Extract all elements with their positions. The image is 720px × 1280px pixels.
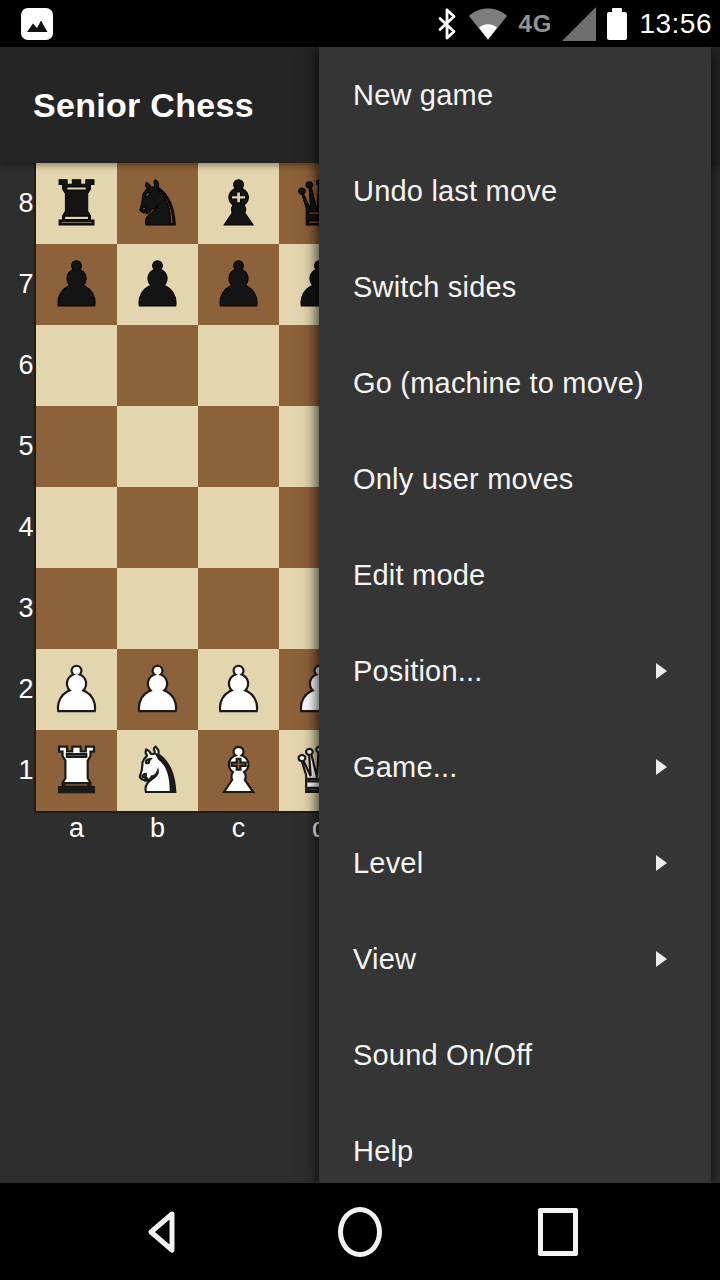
square-a8[interactable]: ♜ bbox=[36, 163, 117, 244]
menu-item-label: View bbox=[353, 943, 416, 976]
menu-item-label: New game bbox=[353, 79, 493, 112]
white-bishop: ♝ bbox=[211, 730, 267, 811]
square-c6[interactable] bbox=[198, 325, 279, 406]
square-b3[interactable] bbox=[117, 568, 198, 649]
menu-item-go-machine-to-move[interactable]: Go (machine to move) bbox=[319, 335, 711, 431]
black-pawn: ♟ bbox=[49, 244, 105, 325]
recents-icon bbox=[538, 1208, 578, 1256]
home-icon bbox=[338, 1207, 382, 1257]
submenu-arrow-icon bbox=[656, 951, 667, 967]
square-a6[interactable] bbox=[36, 325, 117, 406]
white-pawn: ♟ bbox=[49, 649, 105, 730]
signal-strength-icon bbox=[561, 7, 597, 41]
black-pawn: ♟ bbox=[130, 244, 186, 325]
submenu-arrow-icon bbox=[656, 663, 667, 679]
square-b6[interactable] bbox=[117, 325, 198, 406]
black-bishop: ♝ bbox=[211, 163, 267, 244]
submenu-arrow-icon bbox=[656, 759, 667, 775]
square-c8[interactable]: ♝ bbox=[198, 163, 279, 244]
square-b1[interactable]: ♞ bbox=[117, 730, 198, 811]
menu-item-label: Level bbox=[353, 847, 423, 880]
clock: 13:56 bbox=[637, 8, 714, 40]
menu-item-sound-on-off[interactable]: Sound On/Off bbox=[319, 1007, 711, 1103]
menu-item-label: Edit mode bbox=[353, 559, 485, 592]
menu-item-label: Sound On/Off bbox=[353, 1039, 532, 1072]
square-c1[interactable]: ♝ bbox=[198, 730, 279, 811]
white-rook: ♜ bbox=[49, 730, 105, 811]
square-b7[interactable]: ♟ bbox=[117, 244, 198, 325]
menu-item-undo-last-move[interactable]: Undo last move bbox=[319, 143, 711, 239]
square-b8[interactable]: ♞ bbox=[117, 163, 198, 244]
square-c5[interactable] bbox=[198, 406, 279, 487]
options-menu: New game Undo last move Switch sides Go … bbox=[319, 47, 711, 1183]
menu-item-position[interactable]: Position... bbox=[319, 623, 711, 719]
menu-item-game[interactable]: Game... bbox=[319, 719, 711, 815]
square-c2[interactable]: ♟ bbox=[198, 649, 279, 730]
bluetooth-icon bbox=[436, 8, 458, 40]
square-b4[interactable] bbox=[117, 487, 198, 568]
black-pawn: ♟ bbox=[211, 244, 267, 325]
menu-item-only-user-moves[interactable]: Only user moves bbox=[319, 431, 711, 527]
menu-item-label: Switch sides bbox=[353, 271, 517, 304]
page-title: Senior Chess bbox=[0, 86, 254, 125]
menu-item-label: Position... bbox=[353, 655, 483, 688]
recents-button[interactable] bbox=[518, 1183, 598, 1280]
network-type-label: 4G bbox=[518, 10, 552, 38]
white-knight: ♞ bbox=[130, 730, 186, 811]
black-rook: ♜ bbox=[49, 163, 105, 244]
square-a4[interactable] bbox=[36, 487, 117, 568]
menu-item-label: Game... bbox=[353, 751, 458, 784]
square-a1[interactable]: ♜ bbox=[36, 730, 117, 811]
square-a2[interactable]: ♟ bbox=[36, 649, 117, 730]
back-icon bbox=[142, 1210, 182, 1254]
menu-item-new-game[interactable]: New game bbox=[319, 47, 711, 143]
file-label: b bbox=[117, 811, 198, 845]
square-c4[interactable] bbox=[198, 487, 279, 568]
square-a3[interactable] bbox=[36, 568, 117, 649]
back-button[interactable] bbox=[122, 1183, 202, 1280]
square-b5[interactable] bbox=[117, 406, 198, 487]
menu-item-switch-sides[interactable]: Switch sides bbox=[319, 239, 711, 335]
photo-notification-icon bbox=[20, 7, 54, 41]
phone-screen: 4G 13:56 Senior Chess 8 7 6 5 4 3 2 1 ♜♞… bbox=[0, 0, 720, 1280]
file-label: c bbox=[198, 811, 279, 845]
file-label: a bbox=[36, 811, 117, 845]
submenu-arrow-icon bbox=[656, 855, 667, 871]
status-bar: 4G 13:56 bbox=[0, 0, 720, 47]
battery-icon bbox=[606, 6, 628, 42]
menu-item-label: Undo last move bbox=[353, 175, 557, 208]
menu-item-help[interactable]: Help bbox=[319, 1103, 711, 1183]
navigation-bar bbox=[0, 1183, 720, 1280]
menu-item-edit-mode[interactable]: Edit mode bbox=[319, 527, 711, 623]
square-a7[interactable]: ♟ bbox=[36, 244, 117, 325]
black-knight: ♞ bbox=[130, 163, 186, 244]
wifi-icon bbox=[467, 7, 509, 41]
white-pawn: ♟ bbox=[130, 649, 186, 730]
square-c7[interactable]: ♟ bbox=[198, 244, 279, 325]
menu-item-label: Help bbox=[353, 1135, 413, 1168]
square-c3[interactable] bbox=[198, 568, 279, 649]
menu-item-view[interactable]: View bbox=[319, 911, 711, 1007]
square-a5[interactable] bbox=[36, 406, 117, 487]
square-b2[interactable]: ♟ bbox=[117, 649, 198, 730]
menu-item-label: Go (machine to move) bbox=[353, 367, 644, 400]
menu-item-level[interactable]: Level bbox=[319, 815, 711, 911]
home-button[interactable] bbox=[320, 1183, 400, 1280]
white-pawn: ♟ bbox=[211, 649, 267, 730]
menu-item-label: Only user moves bbox=[353, 463, 574, 496]
